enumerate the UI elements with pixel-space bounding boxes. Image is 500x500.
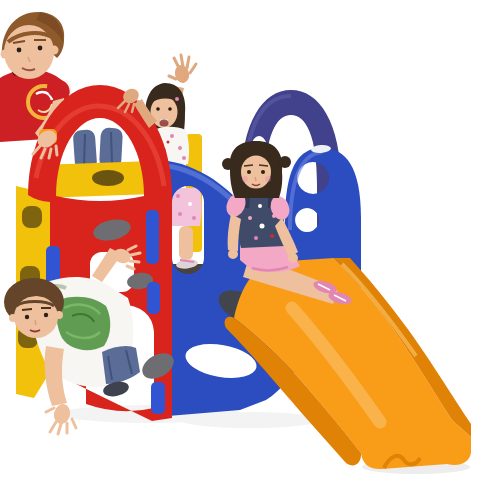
shadow-center [180, 412, 320, 428]
panel-clip [151, 382, 165, 414]
detail [178, 146, 182, 150]
detail [72, 419, 76, 428]
detail [49, 149, 51, 158]
ear [9, 314, 17, 322]
eye [44, 313, 48, 317]
pigtail [279, 156, 291, 168]
eye [38, 46, 43, 51]
detail [188, 202, 192, 206]
detail [56, 146, 57, 155]
pigtail [222, 158, 234, 170]
photo-canvas [0, 0, 500, 500]
detail [187, 57, 189, 68]
detail [131, 253, 140, 255]
hair-clip [175, 97, 179, 101]
ear [55, 311, 63, 319]
detail [181, 55, 183, 67]
detail [190, 64, 196, 73]
detail [254, 236, 258, 240]
slide [225, 258, 471, 469]
open-mouth [160, 120, 169, 127]
blush [242, 176, 248, 182]
detail [174, 58, 179, 68]
detail [258, 204, 262, 208]
panel-hole [22, 206, 42, 228]
detail [176, 194, 180, 198]
eye [168, 107, 172, 111]
eye [247, 170, 251, 174]
detail [46, 408, 54, 412]
panel-clip [147, 282, 160, 314]
detail [248, 216, 252, 220]
nose [255, 177, 256, 181]
playground-structure [0, 0, 500, 500]
eye [261, 170, 265, 174]
detail [138, 101, 139, 109]
jeans [102, 346, 140, 384]
blush [265, 176, 271, 182]
eye [17, 48, 22, 53]
detail [50, 422, 56, 432]
detail [130, 261, 139, 262]
ear [50, 46, 59, 55]
leg [179, 226, 193, 260]
detail [192, 216, 196, 220]
detail [127, 266, 134, 269]
detail [260, 224, 265, 229]
detail [178, 212, 182, 216]
face [241, 156, 271, 189]
ear [1, 50, 10, 59]
detail [167, 141, 170, 144]
hand [228, 249, 238, 259]
detail [270, 234, 274, 238]
detail [169, 76, 176, 79]
hand [288, 253, 298, 263]
detail [58, 424, 61, 434]
panel-clip [146, 210, 159, 264]
eye [25, 315, 29, 319]
detail [170, 134, 174, 138]
nose [35, 320, 36, 325]
bar-hole [92, 170, 124, 186]
eye [156, 107, 160, 111]
detail [182, 156, 186, 160]
